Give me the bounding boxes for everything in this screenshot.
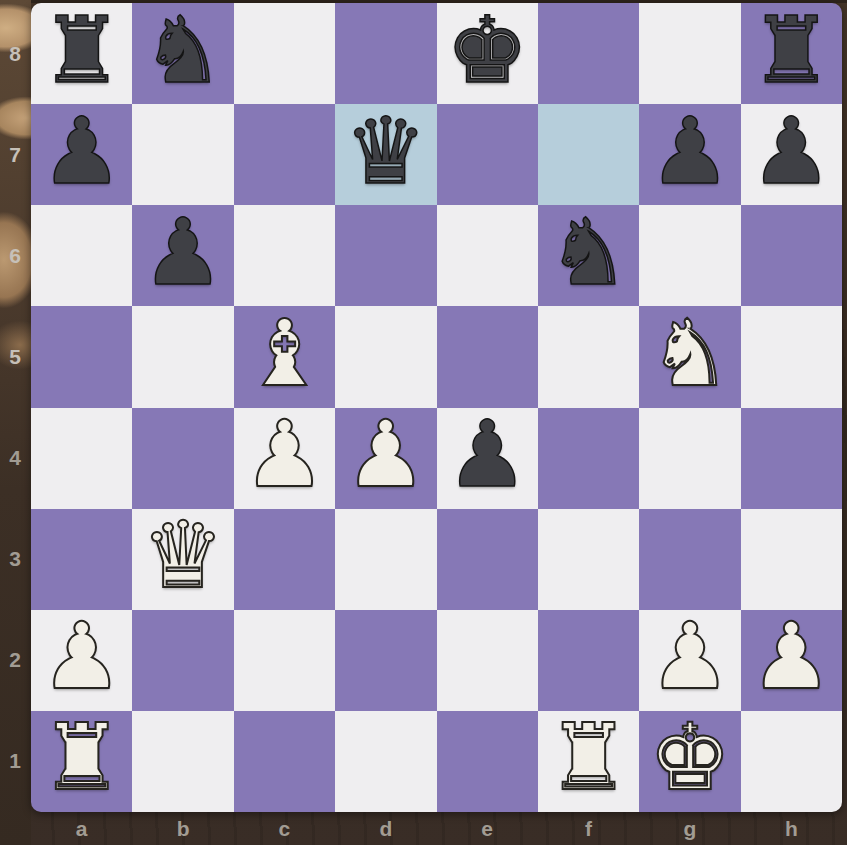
rank-label-4: 4 (0, 408, 30, 509)
square-c3[interactable] (234, 509, 335, 610)
square-b5[interactable] (132, 306, 233, 407)
square-g4[interactable] (639, 408, 740, 509)
piece-white-pawn[interactable]: ♟ (243, 409, 325, 501)
piece-black-pawn[interactable]: ♟ (649, 106, 731, 198)
piece-white-bishop[interactable]: ♝ (243, 308, 325, 400)
square-f7[interactable] (538, 104, 639, 205)
square-h5[interactable] (741, 306, 842, 407)
piece-black-knight[interactable]: ♞ (547, 207, 629, 299)
square-g5[interactable]: ♞ (639, 306, 740, 407)
chess-app: ♜♞♚♜♟♛♟♟♟♞♝♞♟♟♟♛♟♟♟♜♜♚ 87654321abcdefgh (0, 0, 847, 845)
piece-black-pawn[interactable]: ♟ (142, 207, 224, 299)
square-e3[interactable] (437, 509, 538, 610)
square-h7[interactable]: ♟ (741, 104, 842, 205)
piece-white-pawn[interactable]: ♟ (345, 409, 427, 501)
piece-black-pawn[interactable]: ♟ (40, 106, 122, 198)
square-g7[interactable]: ♟ (639, 104, 740, 205)
square-b2[interactable] (132, 610, 233, 711)
piece-black-rook[interactable]: ♜ (40, 5, 122, 97)
square-h8[interactable]: ♜ (741, 3, 842, 104)
square-f8[interactable] (538, 3, 639, 104)
square-e2[interactable] (437, 610, 538, 711)
square-e1[interactable] (437, 711, 538, 812)
piece-black-knight[interactable]: ♞ (142, 5, 224, 97)
square-e7[interactable] (437, 104, 538, 205)
rank-label-8: 8 (0, 3, 30, 104)
rank-label-6: 6 (0, 205, 30, 306)
rank-label-1: 1 (0, 711, 30, 812)
square-a5[interactable] (31, 306, 132, 407)
square-h1[interactable] (741, 711, 842, 812)
square-f6[interactable]: ♞ (538, 205, 639, 306)
piece-white-rook[interactable]: ♜ (40, 712, 122, 804)
piece-black-pawn[interactable]: ♟ (446, 409, 528, 501)
square-a3[interactable] (31, 509, 132, 610)
square-b6[interactable]: ♟ (132, 205, 233, 306)
square-b7[interactable] (132, 104, 233, 205)
square-c5[interactable]: ♝ (234, 306, 335, 407)
square-d4[interactable]: ♟ (335, 408, 436, 509)
square-b3[interactable]: ♛ (132, 509, 233, 610)
rank-label-5: 5 (0, 306, 30, 407)
rank-label-2: 2 (0, 610, 30, 711)
file-label-a: a (31, 812, 132, 845)
square-g3[interactable] (639, 509, 740, 610)
square-h4[interactable] (741, 408, 842, 509)
square-a4[interactable] (31, 408, 132, 509)
square-g6[interactable] (639, 205, 740, 306)
square-c6[interactable] (234, 205, 335, 306)
square-d2[interactable] (335, 610, 436, 711)
piece-black-queen[interactable]: ♛ (345, 106, 427, 198)
piece-black-pawn[interactable]: ♟ (750, 106, 832, 198)
square-g8[interactable] (639, 3, 740, 104)
square-a8[interactable]: ♜ (31, 3, 132, 104)
piece-white-pawn[interactable]: ♟ (750, 611, 832, 703)
square-e4[interactable]: ♟ (437, 408, 538, 509)
file-label-e: e (437, 812, 538, 845)
piece-white-king[interactable]: ♚ (649, 712, 731, 804)
square-h2[interactable]: ♟ (741, 610, 842, 711)
square-f3[interactable] (538, 509, 639, 610)
square-e6[interactable] (437, 205, 538, 306)
piece-white-pawn[interactable]: ♟ (40, 611, 122, 703)
square-f5[interactable] (538, 306, 639, 407)
piece-white-rook[interactable]: ♜ (547, 712, 629, 804)
square-h3[interactable] (741, 509, 842, 610)
file-label-c: c (234, 812, 335, 845)
piece-white-knight[interactable]: ♞ (649, 308, 731, 400)
file-label-h: h (741, 812, 842, 845)
square-e8[interactable]: ♚ (437, 3, 538, 104)
square-a2[interactable]: ♟ (31, 610, 132, 711)
square-f4[interactable] (538, 408, 639, 509)
square-a1[interactable]: ♜ (31, 711, 132, 812)
chess-board: ♜♞♚♜♟♛♟♟♟♞♝♞♟♟♟♛♟♟♟♜♜♚ (31, 3, 842, 812)
square-d1[interactable] (335, 711, 436, 812)
file-label-g: g (639, 812, 740, 845)
square-f2[interactable] (538, 610, 639, 711)
file-label-d: d (335, 812, 436, 845)
square-g1[interactable]: ♚ (639, 711, 740, 812)
square-b8[interactable]: ♞ (132, 3, 233, 104)
square-g2[interactable]: ♟ (639, 610, 740, 711)
square-b4[interactable] (132, 408, 233, 509)
square-d7[interactable]: ♛ (335, 104, 436, 205)
square-d6[interactable] (335, 205, 436, 306)
piece-white-pawn[interactable]: ♟ (649, 611, 731, 703)
square-a6[interactable] (31, 205, 132, 306)
square-c2[interactable] (234, 610, 335, 711)
piece-black-rook[interactable]: ♜ (750, 5, 832, 97)
square-c7[interactable] (234, 104, 335, 205)
square-h6[interactable] (741, 205, 842, 306)
square-b1[interactable] (132, 711, 233, 812)
file-label-b: b (132, 812, 233, 845)
square-d8[interactable] (335, 3, 436, 104)
piece-black-king[interactable]: ♚ (446, 5, 528, 97)
rank-label-3: 3 (0, 509, 30, 610)
square-d5[interactable] (335, 306, 436, 407)
rank-label-7: 7 (0, 104, 30, 205)
piece-white-queen[interactable]: ♛ (142, 510, 224, 602)
square-a7[interactable]: ♟ (31, 104, 132, 205)
square-c8[interactable] (234, 3, 335, 104)
square-c4[interactable]: ♟ (234, 408, 335, 509)
square-c1[interactable] (234, 711, 335, 812)
square-f1[interactable]: ♜ (538, 711, 639, 812)
square-e5[interactable] (437, 306, 538, 407)
square-d3[interactable] (335, 509, 436, 610)
file-label-f: f (538, 812, 639, 845)
